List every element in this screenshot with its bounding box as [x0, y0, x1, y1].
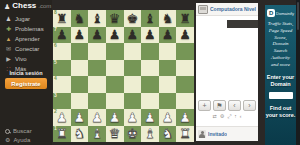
gear-icon: ⚙	[5, 137, 10, 143]
connect-icon: ✉	[5, 46, 12, 52]
square-g4[interactable]	[159, 76, 177, 93]
sidebar-item-label: Jugar	[15, 16, 30, 22]
square-a5[interactable]: 5	[53, 60, 71, 77]
square-d1[interactable]: ♛	[106, 126, 124, 143]
opponent-name[interactable]: Computadora Nivel 2	[210, 6, 256, 12]
square-b3[interactable]	[71, 93, 89, 110]
page: ♟ Chess .com ♟ Jugar ✚ Problemas ▲ Apren…	[0, 0, 300, 145]
square-e5[interactable]	[124, 60, 142, 77]
white-pawn[interactable]: ♟	[109, 111, 121, 124]
square-e6[interactable]	[124, 43, 142, 60]
square-h8[interactable]: ♜	[176, 10, 194, 27]
square-c8[interactable]: ♝	[88, 10, 106, 27]
sidebar-item-problemas[interactable]: ✚ Problemas	[0, 24, 52, 34]
chesscom-logo[interactable]: ♟ Chess .com	[0, 0, 52, 10]
black-knight[interactable]: ♞	[162, 12, 174, 25]
fullscreen-icon[interactable]: ⤢	[227, 114, 231, 119]
square-b2[interactable]: ♟	[71, 109, 89, 126]
flip-board-icon[interactable]: ⇄	[213, 114, 217, 119]
sidebar-item-conectar[interactable]: ✉ Conectar	[0, 44, 52, 54]
square-b8[interactable]: ♞	[71, 10, 89, 27]
rank-label: 7	[54, 27, 57, 32]
ad-cta: Enter your Domain	[265, 74, 296, 88]
square-h6[interactable]	[176, 43, 194, 60]
brand-name: Chess	[12, 2, 36, 10]
black-pawn[interactable]: ♟	[56, 28, 68, 41]
black-rook[interactable]: ♜	[56, 12, 68, 25]
square-f1[interactable]: ♝	[141, 126, 159, 143]
learn-icon: ▲	[5, 36, 12, 42]
black-queen[interactable]: ♛	[109, 12, 121, 25]
sidebar-item-label: Aprender	[15, 36, 40, 42]
square-b4[interactable]	[71, 76, 89, 93]
game-controls: + ⚑ ‹ ›	[196, 100, 258, 111]
square-g2[interactable]: ♟	[159, 109, 177, 126]
live-icon: ▶	[5, 56, 12, 62]
sidebar: ♟ Chess .com ♟ Jugar ✚ Problemas ▲ Apren…	[0, 0, 52, 145]
square-h5[interactable]	[176, 60, 194, 77]
rank-label: 3	[54, 93, 57, 98]
square-c5[interactable]	[88, 60, 106, 77]
square-b5[interactable]	[71, 60, 89, 77]
square-a6[interactable]: 6	[53, 43, 71, 60]
black-rook[interactable]: ♜	[179, 12, 191, 25]
square-a4[interactable]: 4	[53, 76, 71, 93]
computer-avatar-icon	[198, 5, 208, 14]
square-h3[interactable]	[176, 93, 194, 110]
ad-logo: D Domainify	[265, 9, 296, 17]
square-d6[interactable]	[106, 43, 124, 60]
player-row: Invitado	[196, 126, 258, 141]
square-e7[interactable]: ♟	[124, 27, 142, 44]
black-bishop[interactable]: ♝	[91, 12, 103, 25]
square-c1[interactable]: ♝	[88, 126, 106, 143]
brand-tld: .com	[38, 3, 51, 9]
square-g8[interactable]: ♞	[159, 10, 177, 27]
square-g5[interactable]	[159, 60, 177, 77]
white-pawn[interactable]: ♟	[74, 111, 86, 124]
guest-avatar-icon	[198, 130, 206, 138]
move-forward-button[interactable]: ›	[243, 100, 256, 111]
white-bishop[interactable]: ♝	[144, 127, 156, 140]
square-b1[interactable]: ♞	[71, 126, 89, 143]
search-icon	[5, 129, 10, 134]
white-rook[interactable]: ♜	[179, 127, 191, 140]
square-h1[interactable]: ♜	[176, 126, 194, 143]
square-d4[interactable]	[106, 76, 124, 93]
black-pawn[interactable]: ♟	[126, 28, 138, 41]
player-name[interactable]: Invitado	[208, 131, 227, 137]
pawn-logo-icon: ♟	[4, 3, 10, 10]
black-knight[interactable]: ♞	[74, 12, 86, 25]
square-a8[interactable]: 8♜	[53, 10, 71, 27]
white-pawn[interactable]: ♟	[162, 111, 174, 124]
sidebar-search[interactable]: Buscar	[5, 128, 32, 134]
square-f7[interactable]: ♟	[141, 27, 159, 44]
sidebar-item-aprender[interactable]: ▲ Aprender	[0, 34, 52, 44]
square-d2[interactable]: ♟	[106, 109, 124, 126]
black-king[interactable]: ♚	[126, 12, 138, 25]
square-f4[interactable]	[141, 76, 159, 93]
white-bishop[interactable]: ♝	[91, 127, 103, 140]
square-a2[interactable]: 2♟	[53, 109, 71, 126]
rank-label: 8	[54, 10, 57, 15]
white-knight[interactable]: ♞	[162, 127, 174, 140]
square-d7[interactable]: ♟	[106, 27, 124, 44]
scrollbar-thumb[interactable]	[297, 2, 299, 30]
square-h4[interactable]	[176, 76, 194, 93]
square-f5[interactable]	[141, 60, 159, 77]
square-g7[interactable]: ♟	[159, 27, 177, 44]
new-game-button[interactable]: +	[198, 100, 211, 111]
white-queen[interactable]: ♛	[109, 127, 121, 140]
sidebar-item-vivo[interactable]: ▶ Vivo	[0, 54, 52, 64]
ad-brand-name: Domainify	[276, 11, 294, 16]
square-b6[interactable]	[71, 43, 89, 60]
square-h7[interactable]: ♟	[176, 27, 194, 44]
rank-label: 1	[54, 126, 57, 131]
sidebar-menu: ♟ Jugar ✚ Problemas ▲ Aprender ✉ Conecta…	[0, 14, 52, 74]
square-c2[interactable]: ♟	[88, 109, 106, 126]
ad-tagline: Traffic Stats, Page Speed Score, Domain …	[265, 21, 296, 68]
rank-label: 5	[54, 60, 57, 65]
moves-panel-tab[interactable]	[227, 20, 258, 28]
square-b7[interactable]: ♟	[71, 27, 89, 44]
square-e4[interactable]	[124, 76, 142, 93]
white-rook[interactable]: ♜	[56, 127, 68, 140]
square-e3[interactable]	[124, 93, 142, 110]
white-pawn[interactable]: ♟	[126, 111, 138, 124]
white-pawn[interactable]: ♟	[144, 111, 156, 124]
square-c3[interactable]	[88, 93, 106, 110]
search-label: Buscar	[13, 128, 32, 134]
ad-banner[interactable]: D Domainify Traffic Stats, Page Speed Sc…	[265, 5, 296, 145]
resign-flag-button[interactable]: ⚑	[213, 100, 226, 111]
rank-label: 6	[54, 43, 57, 48]
sidebar-item-jugar[interactable]: ♟ Jugar	[0, 14, 52, 24]
login-link[interactable]: Inicia sesión	[0, 70, 52, 76]
game-panel: Computadora Nivel 2 + ⚑ ‹ › ⇄ ⚙ ⤢ ↑ ‹ In…	[196, 3, 258, 141]
settings-icon[interactable]: ⚙	[220, 114, 224, 119]
black-pawn[interactable]: ♟	[74, 28, 86, 41]
scrollbar[interactable]	[296, 0, 300, 145]
square-e8[interactable]: ♚	[124, 10, 142, 27]
square-a7[interactable]: 7♟	[53, 27, 71, 44]
square-f3[interactable]	[141, 93, 159, 110]
square-h2[interactable]: ♟	[176, 109, 194, 126]
square-d8[interactable]: ♛	[106, 10, 124, 27]
chess-board[interactable]: 8♜♞♝♛♚♝♞♜7♟♟♟♟♟♟♟♟65432♟♟♟♟♟♟♟♟1♜♞♝♛♚♝♞♜	[53, 10, 194, 142]
black-pawn[interactable]: ♟	[162, 28, 174, 41]
opponent-row: Computadora Nivel 2	[196, 3, 258, 16]
sidebar-item-label: Vivo	[15, 56, 27, 62]
black-pawn[interactable]: ♟	[109, 28, 121, 41]
black-pawn[interactable]: ♟	[179, 28, 191, 41]
white-pawn[interactable]: ♟	[91, 111, 103, 124]
play-icon: ♟	[5, 16, 12, 22]
square-g1[interactable]: ♞	[159, 126, 177, 143]
sidebar-help[interactable]: ⚙ Ayuda	[5, 137, 30, 143]
puzzles-icon: ✚	[5, 26, 12, 32]
rank-label: 4	[54, 76, 57, 81]
square-e2[interactable]: ♟	[124, 109, 142, 126]
collapse-icon[interactable]: ‹	[240, 114, 242, 119]
square-d3[interactable]	[106, 93, 124, 110]
black-pawn[interactable]: ♟	[144, 28, 156, 41]
square-c4[interactable]	[88, 76, 106, 93]
share-icon[interactable]: ↑	[234, 114, 237, 119]
square-a3[interactable]: 3	[53, 93, 71, 110]
white-pawn[interactable]: ♟	[56, 111, 68, 124]
square-c6[interactable]	[88, 43, 106, 60]
panel-mini-icons: ⇄ ⚙ ⤢ ↑ ‹	[196, 114, 258, 119]
square-g3[interactable]	[159, 93, 177, 110]
square-e1[interactable]: ♚	[124, 126, 142, 143]
domainify-logo-icon: D	[267, 9, 275, 17]
ad-result-text: Find out your score.	[265, 105, 296, 119]
square-f6[interactable]	[141, 43, 159, 60]
move-list	[196, 16, 258, 97]
square-d5[interactable]	[106, 60, 124, 77]
signup-button[interactable]: Regístrate	[5, 78, 47, 89]
move-back-button[interactable]: ‹	[228, 100, 241, 111]
white-king[interactable]: ♚	[126, 127, 138, 140]
white-knight[interactable]: ♞	[74, 127, 86, 140]
sidebar-item-label: Conectar	[15, 46, 39, 52]
black-bishop[interactable]: ♝	[144, 12, 156, 25]
rank-label: 2	[54, 109, 57, 114]
domain-input[interactable]	[269, 92, 293, 99]
white-pawn[interactable]: ♟	[179, 111, 191, 124]
square-f2[interactable]: ♟	[141, 109, 159, 126]
sidebar-item-label: Problemas	[15, 26, 44, 32]
square-a1[interactable]: 1♜	[53, 126, 71, 143]
square-g6[interactable]	[159, 43, 177, 60]
square-c7[interactable]: ♟	[88, 27, 106, 44]
help-label: Ayuda	[13, 137, 30, 143]
black-pawn[interactable]: ♟	[91, 28, 103, 41]
square-f8[interactable]: ♝	[141, 10, 159, 27]
